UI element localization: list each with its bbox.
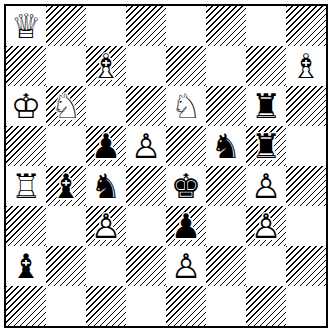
square-d5[interactable]: ♟♙ [126, 126, 166, 166]
square-a7[interactable] [6, 46, 46, 86]
square-c5[interactable]: ♟♟ [86, 126, 126, 166]
black-king-e4: ♚♚ [166, 166, 206, 206]
square-c8[interactable] [86, 6, 126, 46]
square-b4[interactable]: ♝♝ [46, 166, 86, 206]
square-g2[interactable] [246, 246, 286, 286]
square-f8[interactable] [206, 6, 246, 46]
square-b5[interactable] [46, 126, 86, 166]
square-e5[interactable] [166, 126, 206, 166]
white-pawn-d5: ♟♙ [126, 126, 166, 166]
square-h4[interactable] [286, 166, 326, 206]
square-g7[interactable] [246, 46, 286, 86]
square-g6[interactable]: ♜♜ [246, 86, 286, 126]
square-d1[interactable] [126, 286, 166, 326]
square-a1[interactable] [6, 286, 46, 326]
square-f2[interactable] [206, 246, 246, 286]
black-rook-g6: ♜♜ [246, 86, 286, 126]
square-e3[interactable]: ♟♟ [166, 206, 206, 246]
square-b8[interactable] [46, 6, 86, 46]
square-e7[interactable] [166, 46, 206, 86]
square-f4[interactable] [206, 166, 246, 206]
square-d8[interactable] [126, 6, 166, 46]
white-knight-e6: ♞♘ [166, 86, 206, 126]
black-bishop-b4: ♝♝ [46, 166, 86, 206]
square-f3[interactable] [206, 206, 246, 246]
square-h1[interactable] [286, 286, 326, 326]
square-a2[interactable]: ♝♝ [6, 246, 46, 286]
white-rook-a4: ♜♖ [6, 166, 46, 206]
black-bishop-a2: ♝♝ [6, 246, 46, 286]
square-c1[interactable] [86, 286, 126, 326]
white-king-a6: ♚♔ [6, 86, 46, 126]
square-h7[interactable]: ♝♗ [286, 46, 326, 86]
square-h5[interactable] [286, 126, 326, 166]
square-h8[interactable] [286, 6, 326, 46]
white-bishop-c7: ♝♗ [86, 46, 126, 86]
square-d3[interactable] [126, 206, 166, 246]
square-e1[interactable] [166, 286, 206, 326]
square-d7[interactable] [126, 46, 166, 86]
square-g4[interactable]: ♟♙ [246, 166, 286, 206]
square-f6[interactable] [206, 86, 246, 126]
square-b6[interactable]: ♞♘ [46, 86, 86, 126]
white-pawn-c3: ♟♙ [86, 206, 126, 246]
square-a6[interactable]: ♚♔ [6, 86, 46, 126]
square-c6[interactable] [86, 86, 126, 126]
square-b7[interactable] [46, 46, 86, 86]
square-c3[interactable]: ♟♙ [86, 206, 126, 246]
black-knight-f5: ♞♞ [206, 126, 246, 166]
square-f5[interactable]: ♞♞ [206, 126, 246, 166]
square-d4[interactable] [126, 166, 166, 206]
square-a5[interactable] [6, 126, 46, 166]
square-h2[interactable] [286, 246, 326, 286]
black-pawn-c5: ♟♟ [86, 126, 126, 166]
chess-diagram: ♛♕♝♗♝♗♚♔♞♘♞♘♜♜♟♟♟♙♞♞♜♜♜♖♝♝♞♞♚♚♟♙♟♙♟♟♟♙♝♝… [0, 0, 332, 332]
square-a4[interactable]: ♜♖ [6, 166, 46, 206]
square-g5[interactable]: ♜♜ [246, 126, 286, 166]
white-knight-b6: ♞♘ [46, 86, 86, 126]
square-e6[interactable]: ♞♘ [166, 86, 206, 126]
square-e8[interactable] [166, 6, 206, 46]
white-pawn-e2: ♟♙ [166, 246, 206, 286]
black-rook-g5: ♜♜ [246, 126, 286, 166]
black-knight-c4: ♞♞ [86, 166, 126, 206]
chess-board: ♛♕♝♗♝♗♚♔♞♘♞♘♜♜♟♟♟♙♞♞♜♜♜♖♝♝♞♞♚♚♟♙♟♙♟♟♟♙♝♝… [6, 6, 326, 326]
square-g8[interactable] [246, 6, 286, 46]
square-e2[interactable]: ♟♙ [166, 246, 206, 286]
square-b3[interactable] [46, 206, 86, 246]
white-queen-a8: ♛♕ [6, 6, 46, 46]
white-bishop-h7: ♝♗ [286, 46, 326, 86]
square-d2[interactable] [126, 246, 166, 286]
square-f1[interactable] [206, 286, 246, 326]
square-c2[interactable] [86, 246, 126, 286]
square-g1[interactable] [246, 286, 286, 326]
square-a8[interactable]: ♛♕ [6, 6, 46, 46]
board-frame: ♛♕♝♗♝♗♚♔♞♘♞♘♜♜♟♟♟♙♞♞♜♜♜♖♝♝♞♞♚♚♟♙♟♙♟♟♟♙♝♝… [4, 4, 328, 328]
square-h6[interactable] [286, 86, 326, 126]
square-c7[interactable]: ♝♗ [86, 46, 126, 86]
square-a3[interactable] [6, 206, 46, 246]
square-b1[interactable] [46, 286, 86, 326]
square-b2[interactable] [46, 246, 86, 286]
black-pawn-e3: ♟♟ [166, 206, 206, 246]
square-f7[interactable] [206, 46, 246, 86]
square-d6[interactable] [126, 86, 166, 126]
white-pawn-g3: ♟♙ [246, 206, 286, 246]
square-h3[interactable] [286, 206, 326, 246]
square-c4[interactable]: ♞♞ [86, 166, 126, 206]
square-e4[interactable]: ♚♚ [166, 166, 206, 206]
square-g3[interactable]: ♟♙ [246, 206, 286, 246]
white-pawn-g4: ♟♙ [246, 166, 286, 206]
